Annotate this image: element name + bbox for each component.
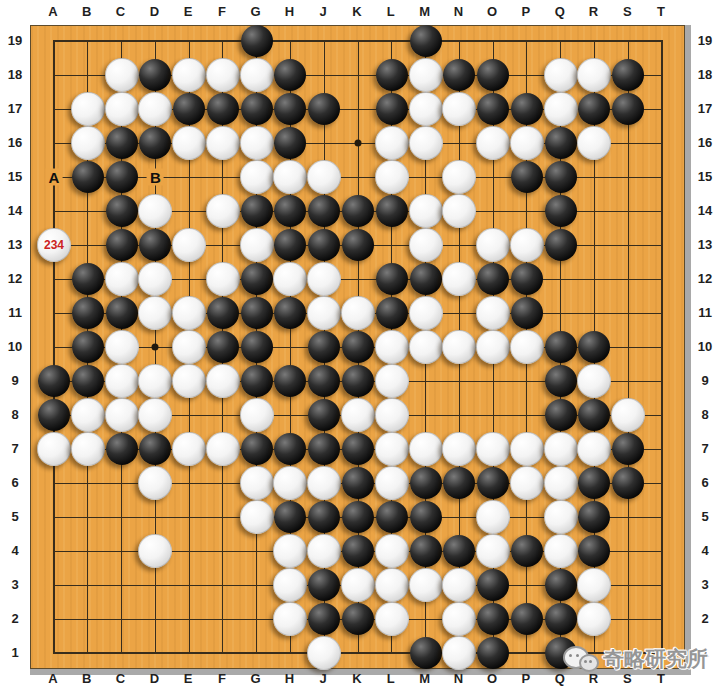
white-stone-J1 (307, 636, 341, 670)
column-label-bottom: J (320, 672, 327, 685)
black-stone-C13 (106, 229, 138, 261)
white-stone-O7 (476, 432, 510, 466)
white-stone-N12 (442, 262, 476, 296)
black-stone-P4 (511, 535, 543, 567)
black-stone-H7 (274, 433, 306, 465)
white-stone-L4 (375, 534, 409, 568)
row-label-right: 4 (701, 544, 708, 557)
black-stone-J3 (308, 569, 340, 601)
row-label-left: 10 (8, 340, 22, 353)
black-stone-K6 (342, 467, 374, 499)
black-stone-M19 (410, 25, 442, 57)
black-stone-O6 (477, 467, 509, 499)
row-label-left: 11 (8, 306, 22, 319)
row-label-left: 2 (11, 612, 18, 625)
black-stone-K10 (342, 331, 374, 363)
column-label-top: A (48, 5, 57, 18)
white-stone-D12 (138, 262, 172, 296)
black-stone-L11 (376, 297, 408, 329)
black-stone-R4 (578, 535, 610, 567)
white-stone-D17 (138, 92, 172, 126)
white-stone-J4 (307, 534, 341, 568)
row-label-right: 17 (698, 102, 712, 115)
black-stone-J13 (308, 229, 340, 261)
white-stone-L6 (375, 466, 409, 500)
white-stone-N14 (442, 194, 476, 228)
black-stone-B12 (72, 263, 104, 295)
white-stone-H2 (273, 602, 307, 636)
white-stone-R18 (577, 58, 611, 92)
column-label-bottom: A (48, 672, 57, 685)
row-label-right: 5 (701, 510, 708, 523)
white-stone-J15 (307, 160, 341, 194)
black-stone-H11 (274, 297, 306, 329)
black-stone-O1 (477, 637, 509, 669)
row-label-right: 7 (701, 442, 708, 455)
white-stone-Q6 (544, 466, 578, 500)
white-stone-L3 (375, 568, 409, 602)
black-stone-C7 (106, 433, 138, 465)
black-stone-N4 (443, 535, 475, 567)
black-stone-J14 (308, 195, 340, 227)
column-label-top: E (184, 5, 193, 18)
column-label-bottom: N (454, 672, 463, 685)
white-stone-J12 (307, 262, 341, 296)
black-stone-L12 (376, 263, 408, 295)
white-stone-L8 (375, 398, 409, 432)
row-label-left: 15 (8, 170, 22, 183)
white-stone-E9 (172, 364, 206, 398)
white-stone-C10 (105, 330, 139, 364)
black-stone-F17 (207, 93, 239, 125)
black-stone-C11 (106, 297, 138, 329)
white-stone-H12 (273, 262, 307, 296)
black-stone-Q16 (545, 127, 577, 159)
white-stone-M13 (409, 228, 443, 262)
white-stone-Q17 (544, 92, 578, 126)
white-stone-N3 (442, 568, 476, 602)
black-stone-O12 (477, 263, 509, 295)
column-label-top: N (454, 5, 463, 18)
row-label-right: 9 (701, 374, 708, 387)
white-stone-M17 (409, 92, 443, 126)
white-stone-O10 (476, 330, 510, 364)
white-stone-K8 (341, 398, 375, 432)
black-stone-K14 (342, 195, 374, 227)
white-stone-O11 (476, 296, 510, 330)
column-label-top: C (116, 5, 125, 18)
white-stone-N7 (442, 432, 476, 466)
white-stone-B17 (71, 92, 105, 126)
white-stone-G6 (240, 466, 274, 500)
black-stone-K5 (342, 501, 374, 533)
row-label-right: 3 (701, 578, 708, 591)
black-stone-G9 (241, 365, 273, 397)
white-stone-D11 (138, 296, 172, 330)
white-stone-G5 (240, 500, 274, 534)
column-label-bottom: G (251, 672, 261, 685)
black-stone-C14 (106, 195, 138, 227)
white-stone-D14 (138, 194, 172, 228)
black-stone-N6 (443, 467, 475, 499)
letter-annotation-b: B (147, 169, 164, 186)
white-stone-Q18 (544, 58, 578, 92)
black-stone-S7 (612, 433, 644, 465)
white-stone-D4 (138, 534, 172, 568)
white-stone-F7 (206, 432, 240, 466)
white-stone-Q5 (544, 500, 578, 534)
black-stone-H14 (274, 195, 306, 227)
black-stone-L17 (376, 93, 408, 125)
black-stone-D16 (139, 127, 171, 159)
white-stone-K11 (341, 296, 375, 330)
white-stone-J6 (307, 466, 341, 500)
white-stone-F14 (206, 194, 240, 228)
row-label-right: 14 (698, 204, 712, 217)
row-label-left: 18 (8, 68, 22, 81)
row-label-left: 17 (8, 102, 22, 115)
black-stone-C16 (106, 127, 138, 159)
row-label-left: 9 (11, 374, 18, 387)
row-label-left: 1 (11, 646, 18, 659)
letter-annotation-a: A (46, 169, 63, 186)
row-label-right: 2 (701, 612, 708, 625)
black-stone-K7 (342, 433, 374, 465)
black-stone-J2 (308, 603, 340, 635)
white-stone-B8 (71, 398, 105, 432)
wechat-bubbles-icon (563, 642, 603, 676)
black-stone-S6 (612, 467, 644, 499)
white-stone-L16 (375, 126, 409, 160)
column-label-bottom: E (184, 672, 193, 685)
black-stone-O2 (477, 603, 509, 635)
white-stone-F9 (206, 364, 240, 398)
white-stone-D9 (138, 364, 172, 398)
white-stone-H6 (273, 466, 307, 500)
white-stone-F18 (206, 58, 240, 92)
black-stone-O17 (477, 93, 509, 125)
white-stone-G13 (240, 228, 274, 262)
white-stone-P6 (510, 466, 544, 500)
row-label-left: 3 (11, 578, 18, 591)
white-stone-D6 (138, 466, 172, 500)
black-stone-B10 (72, 331, 104, 363)
black-stone-G10 (241, 331, 273, 363)
black-stone-R6 (578, 467, 610, 499)
white-stone-R3 (577, 568, 611, 602)
grid-vline (628, 40, 629, 654)
row-label-left: 14 (8, 204, 22, 217)
black-stone-E17 (173, 93, 205, 125)
black-stone-Q10 (545, 331, 577, 363)
white-stone-O13 (476, 228, 510, 262)
black-stone-M12 (410, 263, 442, 295)
white-stone-P7 (510, 432, 544, 466)
black-stone-P11 (511, 297, 543, 329)
column-label-bottom: M (419, 672, 430, 685)
column-label-top: Q (555, 5, 565, 18)
white-stone-E11 (172, 296, 206, 330)
white-stone-D8 (138, 398, 172, 432)
row-label-left: 5 (11, 510, 18, 523)
white-stone-L10 (375, 330, 409, 364)
white-stone-H15 (273, 160, 307, 194)
white-stone-E7 (172, 432, 206, 466)
row-label-left: 19 (8, 34, 22, 47)
column-label-bottom: B (82, 672, 91, 685)
black-stone-O18 (477, 59, 509, 91)
black-stone-P15 (511, 161, 543, 193)
row-label-right: 19 (698, 34, 712, 47)
column-label-top: J (320, 5, 327, 18)
white-stone-M18 (409, 58, 443, 92)
white-stone-R16 (577, 126, 611, 160)
white-stone-P16 (510, 126, 544, 160)
black-stone-F10 (207, 331, 239, 363)
black-stone-Q15 (545, 161, 577, 193)
black-stone-J8 (308, 399, 340, 431)
white-stone-F12 (206, 262, 240, 296)
white-stone-M3 (409, 568, 443, 602)
white-stone-C17 (105, 92, 139, 126)
white-stone-G15 (240, 160, 274, 194)
black-stone-C15 (106, 161, 138, 193)
white-stone-M16 (409, 126, 443, 160)
white-stone-M7 (409, 432, 443, 466)
column-label-top: L (387, 5, 395, 18)
grid-vline (661, 40, 663, 654)
column-label-bottom: F (218, 672, 226, 685)
black-stone-J5 (308, 501, 340, 533)
column-label-top: S (623, 5, 632, 18)
white-stone-L9 (375, 364, 409, 398)
column-label-bottom: H (285, 672, 294, 685)
white-stone-R7 (577, 432, 611, 466)
column-label-top: K (352, 5, 361, 18)
column-label-top: O (487, 5, 497, 18)
black-stone-S17 (612, 93, 644, 125)
black-stone-L14 (376, 195, 408, 227)
row-label-right: 12 (698, 272, 712, 285)
go-board: 234AB (30, 25, 685, 669)
white-stone-B7 (71, 432, 105, 466)
move-number-marker: 234 (44, 238, 64, 252)
black-stone-G11 (241, 297, 273, 329)
watermark: 奇略研究所 (563, 636, 715, 682)
white-stone-G8 (240, 398, 274, 432)
black-stone-H18 (274, 59, 306, 91)
black-stone-M4 (410, 535, 442, 567)
white-stone-S8 (611, 398, 645, 432)
white-stone-J11 (307, 296, 341, 330)
white-stone-M10 (409, 330, 443, 364)
black-stone-P12 (511, 263, 543, 295)
black-stone-L5 (376, 501, 408, 533)
white-stone-E16 (172, 126, 206, 160)
black-stone-M6 (410, 467, 442, 499)
black-stone-R8 (578, 399, 610, 431)
black-stone-A9 (38, 365, 70, 397)
white-stone-C12 (105, 262, 139, 296)
black-stone-F11 (207, 297, 239, 329)
white-stone-Q7 (544, 432, 578, 466)
white-stone-B16 (71, 126, 105, 160)
go-board-frame: 234AB (30, 25, 691, 675)
black-stone-D18 (139, 59, 171, 91)
row-label-left: 7 (11, 442, 18, 455)
black-stone-B9 (72, 365, 104, 397)
black-stone-Q13 (545, 229, 577, 261)
white-stone-C8 (105, 398, 139, 432)
white-stone-A7 (37, 432, 71, 466)
white-stone-E13 (172, 228, 206, 262)
black-stone-A8 (38, 399, 70, 431)
white-stone-L15 (375, 160, 409, 194)
black-stone-P2 (511, 603, 543, 635)
black-stone-S18 (612, 59, 644, 91)
column-label-top: R (589, 5, 598, 18)
white-stone-M14 (409, 194, 443, 228)
white-stone-C18 (105, 58, 139, 92)
black-stone-J10 (308, 331, 340, 363)
row-label-left: 16 (8, 136, 22, 149)
column-label-bottom: D (150, 672, 159, 685)
column-label-bottom: C (116, 672, 125, 685)
page: { "game": "go", "board_size": 19, "board… (0, 0, 720, 687)
column-label-bottom: O (487, 672, 497, 685)
white-stone-O4 (476, 534, 510, 568)
black-stone-D13 (139, 229, 171, 261)
row-label-left: 8 (11, 408, 18, 421)
black-stone-H13 (274, 229, 306, 261)
white-stone-M11 (409, 296, 443, 330)
white-stone-N2 (442, 602, 476, 636)
white-stone-O5 (476, 500, 510, 534)
black-stone-H16 (274, 127, 306, 159)
white-stone-P13 (510, 228, 544, 262)
column-label-top: B (82, 5, 91, 18)
white-stone-H3 (273, 568, 307, 602)
column-label-top: F (218, 5, 226, 18)
black-stone-G17 (241, 93, 273, 125)
star-point (152, 344, 159, 351)
white-stone-F16 (206, 126, 240, 160)
column-label-top: D (150, 5, 159, 18)
row-label-left: 6 (11, 476, 18, 489)
white-stone-N17 (442, 92, 476, 126)
black-stone-B11 (72, 297, 104, 329)
white-stone-C9 (105, 364, 139, 398)
white-stone-L2 (375, 602, 409, 636)
black-stone-R5 (578, 501, 610, 533)
black-stone-H17 (274, 93, 306, 125)
row-label-right: 6 (701, 476, 708, 489)
white-stone-O16 (476, 126, 510, 160)
column-label-bottom: K (352, 672, 361, 685)
black-stone-K2 (342, 603, 374, 635)
column-label-bottom: L (387, 672, 395, 685)
row-label-right: 15 (698, 170, 712, 183)
watermark-text: 奇略研究所 (603, 645, 708, 673)
black-stone-J9 (308, 365, 340, 397)
white-stone-N10 (442, 330, 476, 364)
black-stone-K13 (342, 229, 374, 261)
black-stone-J7 (308, 433, 340, 465)
column-label-top: P (522, 5, 531, 18)
row-label-right: 10 (698, 340, 712, 353)
black-stone-M1 (410, 637, 442, 669)
black-stone-H5 (274, 501, 306, 533)
row-label-left: 12 (8, 272, 22, 285)
black-stone-G7 (241, 433, 273, 465)
white-stone-Q4 (544, 534, 578, 568)
white-stone-N15 (442, 160, 476, 194)
black-stone-O3 (477, 569, 509, 601)
column-label-top: T (657, 5, 665, 18)
black-stone-B15 (72, 161, 104, 193)
black-stone-R17 (578, 93, 610, 125)
row-label-right: 13 (698, 238, 712, 251)
black-stone-Q14 (545, 195, 577, 227)
white-stone-H4 (273, 534, 307, 568)
black-stone-H9 (274, 365, 306, 397)
black-stone-M5 (410, 501, 442, 533)
black-stone-Q3 (545, 569, 577, 601)
white-stone-E18 (172, 58, 206, 92)
column-label-top: G (251, 5, 261, 18)
row-label-right: 8 (701, 408, 708, 421)
column-label-bottom: P (522, 672, 531, 685)
black-stone-G19 (241, 25, 273, 57)
black-stone-D7 (139, 433, 171, 465)
white-stone-R2 (577, 602, 611, 636)
row-label-right: 11 (698, 306, 712, 319)
black-stone-Q8 (545, 399, 577, 431)
black-stone-L18 (376, 59, 408, 91)
white-stone-L7 (375, 432, 409, 466)
black-stone-G12 (241, 263, 273, 295)
row-label-left: 4 (11, 544, 18, 557)
column-label-top: H (285, 5, 294, 18)
black-stone-Q2 (545, 603, 577, 635)
white-stone-R9 (577, 364, 611, 398)
white-stone-K3 (341, 568, 375, 602)
star-point (355, 140, 362, 147)
black-stone-J17 (308, 93, 340, 125)
white-stone-E10 (172, 330, 206, 364)
row-label-right: 16 (698, 136, 712, 149)
column-label-top: M (419, 5, 430, 18)
white-stone-G18 (240, 58, 274, 92)
white-stone-G16 (240, 126, 274, 160)
white-stone-N1 (442, 636, 476, 670)
black-stone-P17 (511, 93, 543, 125)
black-stone-R10 (578, 331, 610, 363)
black-stone-K9 (342, 365, 374, 397)
black-stone-K4 (342, 535, 374, 567)
black-stone-G14 (241, 195, 273, 227)
black-stone-N18 (443, 59, 475, 91)
row-label-left: 13 (8, 238, 22, 251)
white-stone-P10 (510, 330, 544, 364)
row-label-right: 18 (698, 68, 712, 81)
black-stone-Q9 (545, 365, 577, 397)
